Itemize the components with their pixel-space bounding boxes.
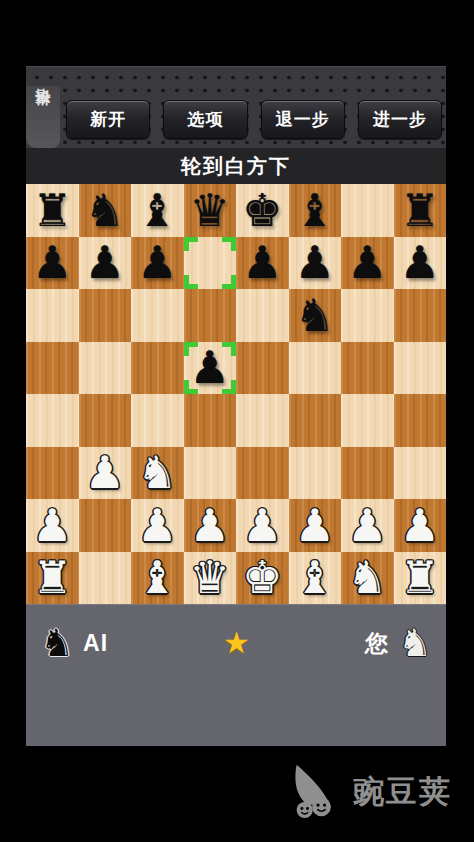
square-b8[interactable]: ♞ xyxy=(79,184,132,237)
square-d1[interactable]: ♛ xyxy=(184,552,237,605)
piece-white-pawn[interactable]: ♟ xyxy=(236,499,289,552)
player-info-bar: ♞ AI ★ 您 ♞ xyxy=(26,604,446,746)
square-g8[interactable] xyxy=(341,184,394,237)
piece-white-pawn[interactable]: ♟ xyxy=(26,499,79,552)
square-a2[interactable]: ♟ xyxy=(26,499,79,552)
square-c4[interactable] xyxy=(131,394,184,447)
wandoujia-watermark: 豌豆荚 xyxy=(283,756,452,828)
square-b4[interactable] xyxy=(79,394,132,447)
square-f6[interactable]: ♞ xyxy=(289,289,342,342)
square-h3[interactable] xyxy=(394,447,447,500)
piece-white-pawn[interactable]: ♟ xyxy=(289,499,342,552)
piece-black-rook[interactable]: ♜ xyxy=(394,184,447,237)
square-b3[interactable]: ♟ xyxy=(79,447,132,500)
player-row: ♞ AI ★ 您 ♞ xyxy=(40,617,432,669)
square-f2[interactable]: ♟ xyxy=(289,499,342,552)
square-e8[interactable]: ♚ xyxy=(236,184,289,237)
square-h4[interactable] xyxy=(394,394,447,447)
square-g6[interactable] xyxy=(341,289,394,342)
square-a5[interactable] xyxy=(26,342,79,395)
highlight-corner-icon xyxy=(184,237,198,251)
square-e3[interactable] xyxy=(236,447,289,500)
square-c5[interactable] xyxy=(131,342,184,395)
piece-white-king[interactable]: ♚ xyxy=(236,552,289,605)
piece-black-knight[interactable]: ♞ xyxy=(289,289,342,342)
piece-white-pawn[interactable]: ♟ xyxy=(79,447,132,500)
piece-white-bishop[interactable]: ♝ xyxy=(131,552,184,605)
square-c2[interactable]: ♟ xyxy=(131,499,184,552)
square-f8[interactable]: ♝ xyxy=(289,184,342,237)
piece-white-bishop[interactable]: ♝ xyxy=(289,552,342,605)
highlight-corner-icon xyxy=(222,380,236,394)
black-knight-icon: ♞ xyxy=(40,624,74,662)
piece-white-pawn[interactable]: ♟ xyxy=(184,499,237,552)
square-c1[interactable]: ♝ xyxy=(131,552,184,605)
piece-white-pawn[interactable]: ♟ xyxy=(131,499,184,552)
square-a6[interactable] xyxy=(26,289,79,342)
square-h5[interactable] xyxy=(394,342,447,395)
piece-white-pawn[interactable]: ♟ xyxy=(394,499,447,552)
square-g4[interactable] xyxy=(341,394,394,447)
piece-black-queen[interactable]: ♛ xyxy=(184,184,237,237)
human-player: 您 ♞ xyxy=(365,624,432,662)
game-record-tab[interactable]: 棋谱 xyxy=(26,86,60,148)
square-f1[interactable]: ♝ xyxy=(289,552,342,605)
square-d3[interactable] xyxy=(184,447,237,500)
piece-black-bishop[interactable]: ♝ xyxy=(289,184,342,237)
turn-status-bar: 轮到白方下 xyxy=(26,148,446,184)
square-g5[interactable] xyxy=(341,342,394,395)
square-g3[interactable] xyxy=(341,447,394,500)
pea-pod-icon xyxy=(283,759,345,825)
square-b5[interactable] xyxy=(79,342,132,395)
square-b7[interactable]: ♟ xyxy=(79,237,132,290)
square-f3[interactable] xyxy=(289,447,342,500)
toolbar-buttons: 新开 选项 退一步 进一步 xyxy=(66,100,442,139)
highlight-corner-icon xyxy=(184,275,198,289)
square-e1[interactable]: ♚ xyxy=(236,552,289,605)
piece-black-bishop[interactable]: ♝ xyxy=(131,184,184,237)
square-g1[interactable]: ♞ xyxy=(341,552,394,605)
square-a1[interactable]: ♜ xyxy=(26,552,79,605)
square-c8[interactable]: ♝ xyxy=(131,184,184,237)
white-knight-icon: ♞ xyxy=(398,624,432,662)
redo-move-button[interactable]: 进一步 xyxy=(358,100,442,139)
human-player-label: 您 xyxy=(365,628,389,659)
highlight-corner-icon xyxy=(184,380,198,394)
piece-black-pawn[interactable]: ♟ xyxy=(394,237,447,290)
square-d6[interactable] xyxy=(184,289,237,342)
square-e2[interactable]: ♟ xyxy=(236,499,289,552)
options-button[interactable]: 选项 xyxy=(163,100,247,139)
square-b2[interactable] xyxy=(79,499,132,552)
square-e7[interactable]: ♟ xyxy=(236,237,289,290)
chess-board: ♜♞♝♛♚♝♜♟♟♟♟♟♟♟♞♟♟♞♟♟♟♟♟♟♟♜♝♛♚♝♞♜ xyxy=(26,184,446,604)
square-a4[interactable] xyxy=(26,394,79,447)
square-e4[interactable] xyxy=(236,394,289,447)
square-f4[interactable] xyxy=(289,394,342,447)
watermark-text: 豌豆荚 xyxy=(353,771,452,813)
square-c7[interactable]: ♟ xyxy=(131,237,184,290)
highlight-corner-icon xyxy=(222,342,236,356)
piece-white-rook[interactable]: ♜ xyxy=(26,552,79,605)
square-d5[interactable]: ♟ xyxy=(184,342,237,395)
piece-white-knight[interactable]: ♞ xyxy=(341,552,394,605)
square-h8[interactable]: ♜ xyxy=(394,184,447,237)
square-a8[interactable]: ♜ xyxy=(26,184,79,237)
square-d2[interactable]: ♟ xyxy=(184,499,237,552)
highlight-corner-icon xyxy=(222,275,236,289)
square-g2[interactable]: ♟ xyxy=(341,499,394,552)
square-f7[interactable]: ♟ xyxy=(289,237,342,290)
new-game-button[interactable]: 新开 xyxy=(66,100,150,139)
piece-black-pawn[interactable]: ♟ xyxy=(79,237,132,290)
square-a7[interactable]: ♟ xyxy=(26,237,79,290)
square-f5[interactable] xyxy=(289,342,342,395)
undo-move-button[interactable]: 退一步 xyxy=(261,100,345,139)
piece-black-king[interactable]: ♚ xyxy=(236,184,289,237)
piece-white-queen[interactable]: ♛ xyxy=(184,552,237,605)
square-h2[interactable]: ♟ xyxy=(394,499,447,552)
square-c6[interactable] xyxy=(131,289,184,342)
highlight-corner-icon xyxy=(222,237,236,251)
square-b1[interactable] xyxy=(79,552,132,605)
piece-white-rook[interactable]: ♜ xyxy=(394,552,447,605)
piece-black-pawn[interactable]: ♟ xyxy=(26,237,79,290)
ai-player: ♞ AI xyxy=(40,624,108,662)
piece-black-pawn[interactable]: ♟ xyxy=(131,237,184,290)
app-screen: 棋谱 新开 选项 退一步 进一步 轮到白方下 ♜♞♝♛♚♝♜♟♟♟♟♟♟♟♞♟♟… xyxy=(0,0,474,842)
square-e5[interactable] xyxy=(236,342,289,395)
toolbar: 棋谱 新开 选项 退一步 进一步 xyxy=(26,66,446,148)
star-icon: ★ xyxy=(223,628,250,658)
piece-white-knight[interactable]: ♞ xyxy=(131,447,184,500)
piece-black-pawn[interactable]: ♟ xyxy=(341,237,394,290)
square-g7[interactable]: ♟ xyxy=(341,237,394,290)
piece-white-pawn[interactable]: ♟ xyxy=(341,499,394,552)
square-c3[interactable]: ♞ xyxy=(131,447,184,500)
square-e6[interactable] xyxy=(236,289,289,342)
square-a3[interactable] xyxy=(26,447,79,500)
square-d4[interactable] xyxy=(184,394,237,447)
ai-player-label: AI xyxy=(83,630,108,657)
square-b6[interactable] xyxy=(79,289,132,342)
piece-black-knight[interactable]: ♞ xyxy=(79,184,132,237)
piece-black-rook[interactable]: ♜ xyxy=(26,184,79,237)
square-h1[interactable]: ♜ xyxy=(394,552,447,605)
square-d7[interactable] xyxy=(184,237,237,290)
piece-black-pawn[interactable]: ♟ xyxy=(236,237,289,290)
square-h6[interactable] xyxy=(394,289,447,342)
square-d8[interactable]: ♛ xyxy=(184,184,237,237)
piece-black-pawn[interactable]: ♟ xyxy=(289,237,342,290)
highlight-corner-icon xyxy=(184,342,198,356)
square-h7[interactable]: ♟ xyxy=(394,237,447,290)
